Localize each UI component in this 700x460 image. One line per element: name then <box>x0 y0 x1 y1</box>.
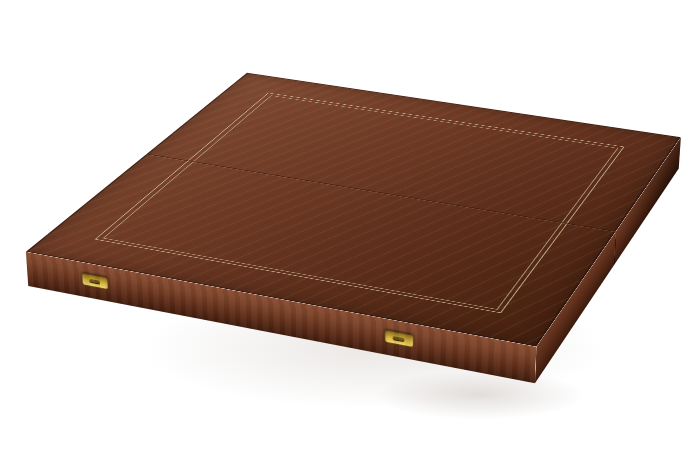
brass-clasp <box>384 329 414 348</box>
brass-clasp <box>81 273 108 291</box>
chess-box <box>28 102 678 383</box>
product-photo <box>0 0 700 460</box>
fold-seam-side <box>614 231 616 266</box>
scene <box>0 0 700 460</box>
